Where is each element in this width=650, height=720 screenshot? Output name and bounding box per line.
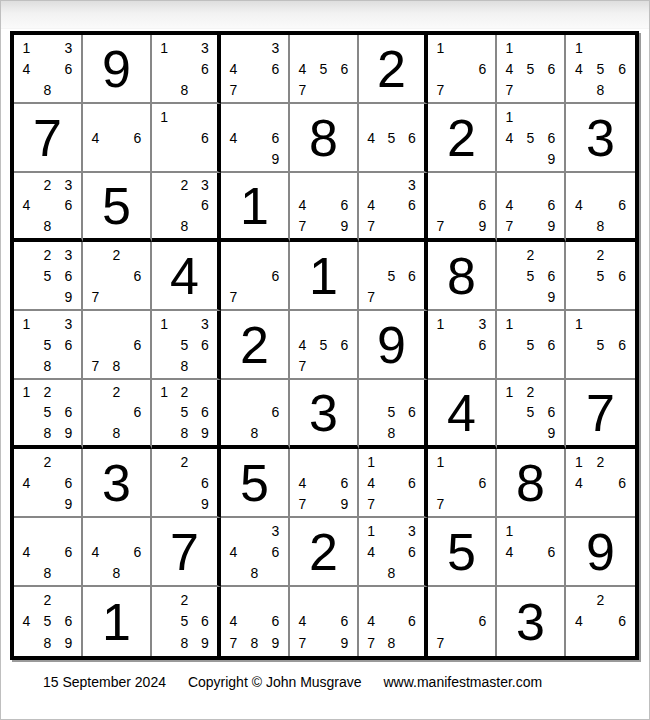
cell-r6c1[interactable]: 125689: [14, 380, 83, 449]
pencil-mark-4: 4: [292, 195, 313, 215]
cell-r7c2[interactable]: 3: [83, 449, 152, 518]
cell-r4c7[interactable]: 8: [428, 242, 497, 311]
pencil-mark-8: [37, 493, 58, 514]
cell-r8c6[interactable]: 13468: [359, 518, 428, 587]
pencil-mark-4: 4: [16, 541, 37, 562]
pencil-marks: 156: [568, 313, 633, 376]
cell-r6c9[interactable]: 7: [566, 380, 635, 449]
cell-r1c8[interactable]: 14567: [497, 35, 566, 104]
cell-r9c7[interactable]: 67: [428, 587, 497, 656]
pencil-mark-8: 8: [244, 562, 265, 583]
pencil-mark-4: [154, 611, 174, 633]
cell-r7c7[interactable]: 167: [428, 449, 497, 518]
pencil-mark-8: [590, 355, 612, 376]
pencil-mark-8: [313, 355, 334, 376]
pencil-mark-1: [223, 106, 244, 127]
pencil-mark-4: 4: [223, 127, 244, 148]
pencil-mark-3: [611, 244, 633, 265]
pencil-mark-9: [127, 355, 148, 376]
solved-digit: 3: [309, 387, 338, 439]
pencil-mark-7: 7: [430, 79, 451, 100]
cell-r6c2[interactable]: 268: [83, 380, 152, 449]
pencil-marks: 68: [223, 382, 286, 443]
solved-digit: 4: [170, 250, 199, 302]
pencil-mark-5: [313, 195, 334, 215]
pencil-marks: 568: [361, 382, 422, 443]
pencil-mark-4: [430, 611, 451, 633]
pencil-mark-9: [611, 216, 633, 236]
pencil-mark-4: 4: [361, 127, 381, 148]
pencil-mark-5: [381, 541, 401, 562]
pencil-mark-1: [568, 244, 590, 265]
pencil-mark-3: 3: [195, 37, 215, 58]
pencil-mark-2: [313, 175, 334, 195]
pencil-mark-6: 6: [195, 334, 215, 355]
pencil-mark-1: [16, 175, 37, 195]
pencil-mark-3: [472, 37, 493, 58]
pencil-mark-9: [402, 632, 422, 654]
pencil-mark-1: [292, 589, 313, 611]
cell-r8c8[interactable]: 146: [497, 518, 566, 587]
pencil-mark-7: [85, 423, 106, 443]
cell-r2c3[interactable]: 16: [152, 104, 221, 173]
pencil-mark-1: [154, 589, 174, 611]
pencil-mark-2: [451, 589, 472, 611]
pencil-mark-5: [174, 127, 194, 148]
pencil-mark-7: 7: [292, 216, 313, 236]
pencil-mark-1: [223, 520, 244, 541]
cell-r8c4[interactable]: 3468: [221, 518, 290, 587]
pencil-marks: 25689: [154, 589, 215, 654]
cell-r5c6[interactable]: 9: [359, 311, 428, 380]
pencil-marks: 269: [154, 451, 215, 514]
solved-digit: 7: [170, 526, 199, 578]
pencil-mark-5: [520, 541, 541, 562]
pencil-mark-6: 6: [265, 611, 286, 633]
cell-r7c9[interactable]: 1246: [566, 449, 635, 518]
pencil-mark-8: [244, 286, 265, 307]
pencil-mark-9: [265, 79, 286, 100]
cell-r2c9[interactable]: 3: [566, 104, 635, 173]
cell-r5c9[interactable]: 156: [566, 311, 635, 380]
pencil-mark-8: 8: [37, 423, 58, 443]
pencil-mark-6: 6: [541, 334, 562, 355]
pencil-mark-5: [590, 195, 612, 215]
cell-r4c9[interactable]: 256: [566, 242, 635, 311]
cell-r1c3[interactable]: 1368: [152, 35, 221, 104]
cell-r4c8[interactable]: 2569: [497, 242, 566, 311]
pencil-mark-5: [37, 58, 58, 79]
cell-r6c4[interactable]: 68: [221, 380, 290, 449]
pencil-mark-3: [611, 37, 633, 58]
cell-r3c1[interactable]: 23468: [14, 173, 83, 242]
pencil-mark-9: [541, 355, 562, 376]
cell-r9c5[interactable]: 4679: [290, 587, 359, 656]
pencil-mark-5: [106, 334, 127, 355]
pencil-mark-4: 4: [292, 611, 313, 633]
pencil-mark-2: 2: [37, 589, 58, 611]
pencil-mark-7: [361, 423, 381, 443]
pencil-mark-7: [568, 216, 590, 236]
pencil-marks: 14568: [568, 37, 633, 100]
pencil-mark-3: [334, 37, 355, 58]
cell-r8c9[interactable]: 9: [566, 518, 635, 587]
cell-r4c4[interactable]: 67: [221, 242, 290, 311]
pencil-mark-6: 6: [334, 58, 355, 79]
pencil-mark-4: [16, 334, 37, 355]
cell-r7c8[interactable]: 8: [497, 449, 566, 518]
pencil-mark-1: [361, 244, 381, 265]
pencil-mark-3: [402, 244, 422, 265]
pencil-mark-1: 1: [499, 106, 520, 127]
pencil-mark-1: 1: [361, 520, 381, 541]
pencil-mark-5: 5: [381, 127, 401, 148]
cell-r5c7[interactable]: 136: [428, 311, 497, 380]
pencil-mark-5: [174, 472, 194, 493]
cell-r1c6[interactable]: 2: [359, 35, 428, 104]
cell-r3c7[interactable]: 679: [428, 173, 497, 242]
pencil-mark-3: [541, 520, 562, 541]
cell-r7c3[interactable]: 269: [152, 449, 221, 518]
pencil-marks: 2569: [499, 244, 562, 307]
pencil-mark-5: [520, 195, 541, 215]
pencil-mark-7: 7: [499, 216, 520, 236]
cell-r6c8[interactable]: 12569: [497, 380, 566, 449]
cell-r1c9[interactable]: 14568: [566, 35, 635, 104]
cell-r4c2[interactable]: 267: [83, 242, 152, 311]
pencil-marks: 256: [568, 244, 633, 307]
cell-r1c4[interactable]: 3467: [221, 35, 290, 104]
pencil-mark-8: [174, 493, 194, 514]
pencil-mark-8: [520, 286, 541, 307]
pencil-mark-9: 9: [58, 493, 79, 514]
pencil-mark-5: 5: [590, 265, 612, 286]
pencil-mark-4: [223, 402, 244, 422]
pencil-mark-9: [541, 562, 562, 583]
cell-r4c3[interactable]: 4: [152, 242, 221, 311]
pencil-mark-1: 1: [154, 313, 174, 334]
pencil-mark-6: 6: [127, 541, 148, 562]
cell-r6c3[interactable]: 125689: [152, 380, 221, 449]
pencil-mark-1: 1: [430, 313, 451, 334]
solved-digit: 3: [102, 457, 131, 509]
pencil-mark-5: [174, 195, 194, 215]
pencil-mark-1: 1: [430, 37, 451, 58]
pencil-mark-5: [106, 402, 127, 422]
pencil-mark-2: [106, 106, 127, 127]
pencil-mark-9: [402, 286, 422, 307]
pencil-mark-5: 5: [381, 265, 401, 286]
cell-r3c4[interactable]: 1: [221, 173, 290, 242]
pencil-mark-5: 5: [381, 402, 401, 422]
pencil-mark-4: 4: [568, 472, 590, 493]
cell-r4c5[interactable]: 1: [290, 242, 359, 311]
cell-r7c1[interactable]: 2469: [14, 449, 83, 518]
solved-digit: 2: [240, 319, 269, 371]
pencil-mark-7: [568, 286, 590, 307]
pencil-mark-9: 9: [334, 632, 355, 654]
cell-r2c4[interactable]: 469: [221, 104, 290, 173]
cell-r8c5[interactable]: 2: [290, 518, 359, 587]
pencil-mark-3: [195, 589, 215, 611]
cell-r6c7[interactable]: 4: [428, 380, 497, 449]
pencil-mark-2: 2: [590, 451, 612, 472]
pencil-mark-2: 2: [174, 589, 194, 611]
cell-r2c8[interactable]: 14569: [497, 104, 566, 173]
pencil-mark-3: [611, 313, 633, 334]
pencil-mark-9: 9: [334, 216, 355, 236]
pencil-mark-1: [154, 451, 174, 472]
solved-digit: 9: [586, 526, 615, 578]
pencil-mark-3: [472, 589, 493, 611]
cell-r3c9[interactable]: 468: [566, 173, 635, 242]
pencil-mark-8: 8: [590, 79, 612, 100]
cell-r9c4[interactable]: 46789: [221, 587, 290, 656]
cell-r2c7[interactable]: 2: [428, 104, 497, 173]
cell-r2c1[interactable]: 7: [14, 104, 83, 173]
solved-digit: 1: [309, 250, 338, 302]
pencil-mark-7: 7: [499, 79, 520, 100]
cell-r1c7[interactable]: 167: [428, 35, 497, 104]
pencil-marks: 245689: [16, 589, 79, 654]
pencil-mark-7: [16, 493, 37, 514]
cell-r3c3[interactable]: 2368: [152, 173, 221, 242]
pencil-mark-7: [568, 355, 590, 376]
pencil-mark-7: [499, 423, 520, 443]
pencil-mark-6: 6: [265, 402, 286, 422]
pencil-mark-8: [520, 216, 541, 236]
cell-r3c2[interactable]: 5: [83, 173, 152, 242]
pencil-mark-8: [37, 286, 58, 307]
pencil-mark-6: 6: [541, 402, 562, 422]
pencil-mark-1: 1: [499, 37, 520, 58]
window-titlebar: [1, 1, 649, 29]
pencil-mark-8: 8: [244, 423, 265, 443]
pencil-mark-5: 5: [37, 334, 58, 355]
pencil-mark-6: 6: [402, 472, 422, 493]
pencil-mark-7: [154, 423, 174, 443]
pencil-mark-5: [244, 265, 265, 286]
pencil-mark-1: [568, 175, 590, 195]
pencil-mark-3: [195, 106, 215, 127]
pencil-mark-2: [520, 106, 541, 127]
cell-r3c6[interactable]: 3467: [359, 173, 428, 242]
cell-r9c6[interactable]: 4678: [359, 587, 428, 656]
pencil-mark-7: [85, 562, 106, 583]
cell-r6c5[interactable]: 3: [290, 380, 359, 449]
pencil-mark-9: [611, 493, 633, 514]
cell-r8c7[interactable]: 5: [428, 518, 497, 587]
pencil-mark-8: 8: [106, 423, 127, 443]
pencil-marks: 67: [223, 244, 286, 307]
cell-r4c6[interactable]: 567: [359, 242, 428, 311]
pencil-mark-3: [541, 175, 562, 195]
pencil-mark-1: 1: [16, 313, 37, 334]
pencil-mark-2: [37, 313, 58, 334]
pencil-mark-3: 3: [402, 175, 422, 195]
cell-r5c1[interactable]: 13568: [14, 311, 83, 380]
pencil-mark-4: [361, 402, 381, 422]
pencil-mark-4: [154, 402, 174, 422]
pencil-mark-8: [106, 286, 127, 307]
pencil-mark-1: [85, 106, 106, 127]
pencil-mark-8: 8: [590, 216, 612, 236]
cell-r8c3[interactable]: 7: [152, 518, 221, 587]
pencil-mark-3: [195, 382, 215, 402]
cell-r3c5[interactable]: 4679: [290, 173, 359, 242]
pencil-mark-7: 7: [361, 286, 381, 307]
pencil-marks: 468: [16, 520, 79, 583]
pencil-mark-1: [154, 175, 174, 195]
pencil-marks: 3468: [223, 520, 286, 583]
pencil-mark-2: [37, 37, 58, 58]
pencil-mark-5: [451, 58, 472, 79]
pencil-mark-9: [334, 79, 355, 100]
pencil-mark-4: [154, 127, 174, 148]
cell-r4c1[interactable]: 23569: [14, 242, 83, 311]
pencil-mark-1: [223, 382, 244, 402]
cell-r9c1[interactable]: 245689: [14, 587, 83, 656]
pencil-mark-1: [568, 589, 590, 611]
pencil-mark-4: 4: [223, 541, 244, 562]
cell-r7c6[interactable]: 1467: [359, 449, 428, 518]
cell-r6c6[interactable]: 568: [359, 380, 428, 449]
pencil-mark-6: 6: [611, 58, 633, 79]
pencil-mark-4: 4: [16, 195, 37, 215]
cell-r8c2[interactable]: 468: [83, 518, 152, 587]
pencil-mark-4: 4: [568, 58, 590, 79]
pencil-mark-4: [16, 265, 37, 286]
pencil-mark-8: [313, 493, 334, 514]
pencil-mark-6: 6: [58, 334, 79, 355]
pencil-mark-4: 4: [568, 195, 590, 215]
cell-r8c1[interactable]: 468: [14, 518, 83, 587]
cell-r9c2[interactable]: 1: [83, 587, 152, 656]
solved-digit: 8: [309, 112, 338, 164]
pencil-mark-4: 4: [499, 58, 520, 79]
pencil-marks: 4567: [292, 313, 355, 376]
pencil-mark-6: 6: [265, 265, 286, 286]
pencil-mark-6: 6: [58, 265, 79, 286]
cell-r9c9[interactable]: 246: [566, 587, 635, 656]
pencil-mark-8: 8: [381, 423, 401, 443]
pencil-mark-3: [541, 37, 562, 58]
pencil-mark-9: [402, 562, 422, 583]
pencil-mark-4: 4: [223, 611, 244, 633]
pencil-mark-7: [16, 562, 37, 583]
pencil-mark-5: [451, 195, 472, 215]
pencil-marks: 13568: [16, 313, 79, 376]
pencil-mark-3: [334, 313, 355, 334]
pencil-mark-6: 6: [472, 334, 493, 355]
pencil-mark-3: [611, 175, 633, 195]
pencil-mark-3: 3: [58, 244, 79, 265]
pencil-mark-1: [85, 313, 106, 334]
pencil-mark-2: [381, 106, 401, 127]
cell-r1c5[interactable]: 4567: [290, 35, 359, 104]
pencil-mark-3: [611, 451, 633, 472]
pencil-mark-3: [58, 451, 79, 472]
cell-r1c2[interactable]: 9: [83, 35, 152, 104]
solved-digit: 3: [516, 596, 545, 648]
pencil-mark-6: 6: [195, 472, 215, 493]
cell-r9c3[interactable]: 25689: [152, 587, 221, 656]
cell-r5c2[interactable]: 678: [83, 311, 152, 380]
pencil-mark-8: [451, 493, 472, 514]
pencil-marks: 23569: [16, 244, 79, 307]
pencil-mark-3: 3: [472, 313, 493, 334]
pencil-marks: 14567: [499, 37, 562, 100]
pencil-mark-4: [223, 265, 244, 286]
pencil-mark-2: [313, 451, 334, 472]
cell-r5c3[interactable]: 13568: [152, 311, 221, 380]
cell-r7c4[interactable]: 5: [221, 449, 290, 518]
pencil-marks: 136: [430, 313, 493, 376]
cell-r5c4[interactable]: 2: [221, 311, 290, 380]
pencil-mark-4: [154, 58, 174, 79]
pencil-mark-8: [451, 355, 472, 376]
cell-r2c5[interactable]: 8: [290, 104, 359, 173]
cell-r9c8[interactable]: 3: [497, 587, 566, 656]
cell-r2c2[interactable]: 46: [83, 104, 152, 173]
pencil-mark-1: 1: [16, 382, 37, 402]
pencil-mark-6: 6: [541, 58, 562, 79]
pencil-marks: 4679: [292, 589, 355, 654]
pencil-marks: 1246: [568, 451, 633, 514]
pencil-mark-7: 7: [430, 216, 451, 236]
pencil-mark-8: 8: [174, 216, 194, 236]
footer-date: 15 September 2024: [43, 674, 166, 690]
pencil-mark-1: 1: [499, 313, 520, 334]
pencil-marks: 2469: [16, 451, 79, 514]
pencil-marks: 16: [154, 106, 215, 169]
pencil-mark-4: 4: [499, 541, 520, 562]
cell-r2c6[interactable]: 456: [359, 104, 428, 173]
cell-r1c1[interactable]: 13468: [14, 35, 83, 104]
pencil-mark-9: [265, 286, 286, 307]
pencil-mark-9: [541, 79, 562, 100]
pencil-mark-9: 9: [58, 632, 79, 654]
pencil-mark-3: 3: [58, 175, 79, 195]
pencil-mark-6: 6: [541, 127, 562, 148]
pencil-mark-4: [85, 265, 106, 286]
pencil-mark-3: [265, 382, 286, 402]
pencil-mark-8: 8: [174, 632, 194, 654]
pencil-mark-6: 6: [611, 195, 633, 215]
pencil-mark-1: [16, 451, 37, 472]
pencil-mark-5: [106, 541, 127, 562]
pencil-marks: 567: [361, 244, 422, 307]
cell-r5c8[interactable]: 156: [497, 311, 566, 380]
pencil-mark-2: [174, 106, 194, 127]
pencil-mark-4: 4: [361, 541, 381, 562]
pencil-mark-1: [292, 37, 313, 58]
pencil-mark-2: [381, 382, 401, 402]
pencil-mark-2: 2: [174, 451, 194, 472]
cell-r7c5[interactable]: 4679: [290, 449, 359, 518]
solved-digit: 1: [240, 180, 269, 232]
pencil-mark-9: [472, 79, 493, 100]
pencil-mark-6: 6: [265, 58, 286, 79]
cell-r5c5[interactable]: 4567: [290, 311, 359, 380]
pencil-mark-3: [127, 244, 148, 265]
pencil-mark-8: 8: [381, 632, 401, 654]
pencil-marks: 469: [223, 106, 286, 169]
pencil-mark-6: 6: [195, 58, 215, 79]
cell-r3c8[interactable]: 4679: [497, 173, 566, 242]
pencil-mark-5: [244, 402, 265, 422]
pencil-mark-1: [361, 382, 381, 402]
